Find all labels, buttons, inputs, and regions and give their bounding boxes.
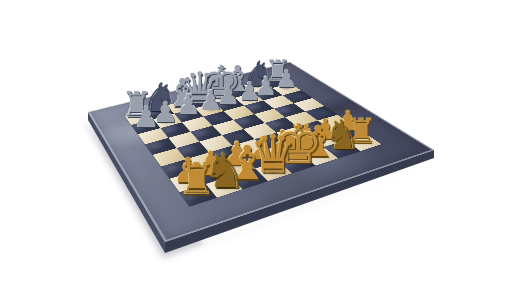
product-photo-scene: ♜♞♝♛♚♝♞♜♟♟♟♟♟♟♟♟♟♟♟♟♟♟♟♟♜♞♝♛♚♝♞♜ bbox=[0, 0, 510, 301]
